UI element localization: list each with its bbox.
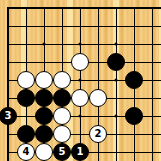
black-stone: 5 [53, 143, 71, 161]
white-stone [71, 89, 89, 107]
white-stone [89, 89, 107, 107]
black-stone: 3 [0, 107, 17, 125]
white-stone [35, 143, 53, 161]
black-stone [107, 53, 125, 71]
black-stone [35, 107, 53, 125]
white-stone [53, 125, 71, 143]
move-number-label: 3 [5, 111, 12, 121]
white-stone [35, 71, 53, 89]
white-stone [71, 53, 89, 71]
move-number-label: 1 [77, 147, 84, 157]
black-stone [53, 89, 71, 107]
white-stone: 2 [89, 125, 107, 143]
black-stone [35, 125, 53, 143]
move-number-label: 4 [23, 147, 30, 157]
white-stone [53, 71, 71, 89]
black-stone: 1 [71, 143, 89, 161]
white-stone [53, 107, 71, 125]
move-number-label: 2 [95, 129, 102, 139]
black-stone [35, 89, 53, 107]
move-number-label: 5 [59, 147, 66, 157]
stones-layer: 32451 [0, 0, 161, 161]
black-stone [17, 125, 35, 143]
white-stone [17, 71, 35, 89]
black-stone [17, 89, 35, 107]
white-stone: 4 [17, 143, 35, 161]
black-stone [125, 71, 143, 89]
go-board[interactable]: 32451 [0, 0, 161, 161]
black-stone [125, 107, 143, 125]
